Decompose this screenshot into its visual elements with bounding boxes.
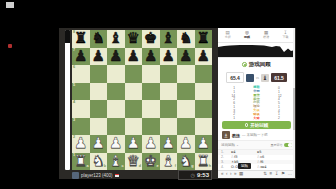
sidebar-toolbar: «‹›»▦ ⇅≡↧⚑… xyxy=(218,170,295,178)
square-f1[interactable]: f♝ xyxy=(160,153,178,171)
toolbar-left-group: «‹›»▦ xyxy=(221,172,243,177)
square-g4[interactable] xyxy=(177,100,195,118)
start-review-wrap: 开始回顾 xyxy=(218,120,295,130)
show-evaluation-label: 显示评估 xyxy=(271,143,283,147)
square-e8[interactable]: ♚ xyxy=(142,30,160,48)
square-a7[interactable]: 7♟ xyxy=(72,48,90,66)
black-pawn[interactable]: ♟ xyxy=(109,49,122,64)
tab-analysis[interactable]: ▤分析 xyxy=(218,28,237,42)
file-label: g xyxy=(191,165,193,169)
square-b5[interactable] xyxy=(90,83,108,101)
file-label: c xyxy=(121,165,123,169)
square-a1[interactable]: 1a♜ xyxy=(72,153,90,171)
classification-label: 大错 xyxy=(238,117,275,120)
square-b7[interactable]: ♟ xyxy=(90,48,108,66)
square-h7[interactable]: ♟ xyxy=(195,48,213,66)
flip-board-icon[interactable]: ⇅ xyxy=(263,172,267,177)
black-bishop[interactable]: ♝ xyxy=(162,31,175,46)
square-h5[interactable] xyxy=(195,83,213,101)
player-clock: ◷ 9:53 xyxy=(178,170,212,180)
evaluation-bar xyxy=(65,30,70,170)
step-back-icon[interactable]: ‹ xyxy=(226,172,228,177)
black-move[interactable]: ♘c6 xyxy=(257,155,283,159)
black-pawn[interactable]: ♟ xyxy=(179,49,192,64)
square-g7[interactable]: ♟ xyxy=(177,48,195,66)
white-accuracy-score: 65.4 xyxy=(226,72,244,83)
accuracy-row: 65.4 vs ♝ 61.5 xyxy=(218,69,295,86)
square-h8[interactable]: ♜ xyxy=(195,30,213,48)
file-label: a xyxy=(86,165,88,169)
square-d4[interactable] xyxy=(125,100,143,118)
square-a2[interactable]: 2♟ xyxy=(72,135,90,153)
black-move[interactable]: ♘xe4 xyxy=(257,165,283,169)
scrollbar-thumb[interactable] xyxy=(293,88,295,130)
square-d5[interactable] xyxy=(125,83,143,101)
black-pawn[interactable]: ♟ xyxy=(92,49,105,64)
square-h1[interactable]: h♜ xyxy=(195,153,213,171)
white-pawn[interactable]: ♟ xyxy=(127,136,140,151)
square-h2[interactable]: ♟ xyxy=(195,135,213,153)
jump-end-icon[interactable]: » xyxy=(234,172,237,177)
white-pawn[interactable]: ♟ xyxy=(74,136,87,151)
move-number: 3. xyxy=(221,160,231,164)
square-a3[interactable]: 3 xyxy=(72,118,90,136)
square-f3[interactable] xyxy=(160,118,178,136)
square-e1[interactable]: e♚ xyxy=(142,153,160,171)
sidebar-tab-bar: ▤分析◎回顾▦棋谱↧下载 xyxy=(218,28,295,43)
square-h3[interactable] xyxy=(195,118,213,136)
square-b4[interactable] xyxy=(90,100,108,118)
rank-label: 4 xyxy=(73,101,75,105)
square-c2[interactable]: ♟ xyxy=(107,135,125,153)
white-bishop[interactable]: ♝ xyxy=(162,154,175,169)
settings-dropdown[interactable]: 游戏回顾 ⌄ xyxy=(221,143,239,147)
square-c7[interactable]: ♟ xyxy=(107,48,125,66)
show-evaluation-toggle[interactable] xyxy=(284,143,292,148)
move-row: 4.O-O♘xe4 xyxy=(218,164,295,169)
black-knight[interactable]: ♞ xyxy=(92,31,105,46)
review-target-icon xyxy=(242,62,247,67)
coach-name: 教练 xyxy=(232,133,240,138)
square-b3[interactable] xyxy=(90,118,108,136)
file-label: e xyxy=(156,165,158,169)
square-f8[interactable]: ♝ xyxy=(160,30,178,48)
square-f6[interactable] xyxy=(160,65,178,83)
black-pawn[interactable]: ♟ xyxy=(197,49,210,64)
square-d1[interactable]: d♛ xyxy=(125,153,143,171)
black-count: 2 xyxy=(275,116,289,120)
black-pawn[interactable]: ♟ xyxy=(127,49,140,64)
move-number: 4. xyxy=(221,165,231,169)
white-count: 1 xyxy=(224,116,238,120)
black-player-avatar[interactable]: ♝ xyxy=(261,74,269,82)
toolbar-right-group: ⇅≡↧⚑… xyxy=(263,172,292,177)
square-g3[interactable] xyxy=(177,118,195,136)
square-f5[interactable] xyxy=(160,83,178,101)
move-number: 1. xyxy=(221,150,231,154)
jump-start-icon[interactable]: « xyxy=(221,172,224,177)
square-b6[interactable] xyxy=(90,65,108,83)
classification-row: 1大错2 xyxy=(224,116,289,120)
square-e7[interactable]: ♟ xyxy=(142,48,160,66)
file-label: d xyxy=(139,165,141,169)
square-e6[interactable] xyxy=(142,65,160,83)
player-name: player123 (400) xyxy=(81,173,113,178)
square-d8[interactable]: ♛ xyxy=(125,30,143,48)
square-d7[interactable]: ♟ xyxy=(125,48,143,66)
black-move[interactable]: ♘f6 xyxy=(257,160,283,164)
settings-dropdown-label: 游戏回顾 xyxy=(221,143,235,147)
black-rook[interactable]: ♜ xyxy=(74,31,87,46)
chess-app-window: 8♜♞♝♛♚♝♞♜7♟♟♟♟♟♟♟♟65432♟♟♟♟♟♟♟♟1a♜b♞c♝d♛… xyxy=(59,28,296,179)
square-b8[interactable]: ♞ xyxy=(90,30,108,48)
square-g2[interactable]: ♟ xyxy=(177,135,195,153)
file-label: f xyxy=(175,165,176,169)
square-e2[interactable]: ♟ xyxy=(142,135,160,153)
move-number: 2. xyxy=(221,155,231,159)
black-pawn[interactable]: ♟ xyxy=(144,49,157,64)
board-icon[interactable]: ▦ xyxy=(239,172,243,177)
square-e4[interactable] xyxy=(142,100,160,118)
review-title-text: 游戏回顾 xyxy=(249,61,271,68)
vs-label: vs xyxy=(256,76,259,80)
more-icon[interactable]: … xyxy=(288,172,293,177)
player-flag-icon xyxy=(115,174,119,177)
black-pawn[interactable]: ♟ xyxy=(74,49,87,64)
player-avatar[interactable] xyxy=(72,172,79,179)
square-c5[interactable] xyxy=(107,83,125,101)
black-pawn[interactable]: ♟ xyxy=(162,49,175,64)
rank-label: 3 xyxy=(73,119,75,123)
square-g1[interactable]: g♞ xyxy=(177,153,195,171)
rank-label: 6 xyxy=(73,66,75,70)
black-king[interactable]: ♚ xyxy=(144,31,157,46)
evaluation-bar-black-portion xyxy=(65,30,70,43)
square-c4[interactable] xyxy=(107,100,125,118)
square-f2[interactable]: ♟ xyxy=(160,135,178,153)
sidebar-scrollbar[interactable] xyxy=(293,28,295,178)
chess-board[interactable]: 8♜♞♝♛♚♝♞♜7♟♟♟♟♟♟♟♟65432♟♟♟♟♟♟♟♟1a♜b♞c♝d♛… xyxy=(72,30,212,170)
square-g6[interactable] xyxy=(177,65,195,83)
white-pawn[interactable]: ♟ xyxy=(144,136,157,151)
clock-icon: ◷ xyxy=(191,173,195,178)
black-rook[interactable]: ♜ xyxy=(197,31,210,46)
rank-label: 7 xyxy=(73,49,75,53)
screen-artifact-light xyxy=(6,2,14,8)
white-pawn[interactable]: ♟ xyxy=(92,136,105,151)
review-settings-row: 游戏回顾 ⌄ 显示评估 xyxy=(218,141,295,150)
square-f7[interactable]: ♟ xyxy=(160,48,178,66)
rank-label: 8 xyxy=(73,31,75,35)
black-accuracy-score: 61.5 xyxy=(271,73,287,82)
start-review-button[interactable]: 开始回顾 xyxy=(222,121,291,129)
coach-message: — 来回顾一下吧 xyxy=(242,133,267,137)
square-d3[interactable] xyxy=(125,118,143,136)
white-pawn[interactable]: ♟ xyxy=(197,136,210,151)
rank-label: 1 xyxy=(73,154,75,158)
move-classification-list: 1精彩01华丽114最佳122极佳46好棋51理论13失误42错误11大错2 xyxy=(218,86,295,120)
evaluation-graph[interactable] xyxy=(218,43,295,58)
square-a8[interactable]: 8♜ xyxy=(72,30,90,48)
black-queen[interactable]: ♛ xyxy=(127,31,140,46)
coach-avatar: ♗ xyxy=(222,131,230,139)
coach-row[interactable]: ♗ 教练 — 来回顾一下吧 xyxy=(218,130,295,141)
square-c8[interactable]: ♝ xyxy=(107,30,125,48)
file-label: b xyxy=(104,165,106,169)
square-e3[interactable] xyxy=(142,118,160,136)
game-review-header: 游戏回顾 xyxy=(218,58,295,69)
square-a4[interactable]: 4 xyxy=(72,100,90,118)
square-b2[interactable]: ♟ xyxy=(90,135,108,153)
start-review-label: 开始回顾 xyxy=(250,123,268,128)
rank-label: 5 xyxy=(73,84,75,88)
tab-explorer[interactable]: ▦棋谱 xyxy=(257,28,276,42)
square-f4[interactable] xyxy=(160,100,178,118)
download-icon[interactable]: ↧ xyxy=(275,172,279,177)
white-pawn[interactable]: ♟ xyxy=(109,136,122,151)
menu-icon[interactable]: ≡ xyxy=(270,172,273,177)
square-c1[interactable]: c♝ xyxy=(107,153,125,171)
toolbar-tooltip: 回顾 xyxy=(238,163,251,169)
black-knight[interactable]: ♞ xyxy=(179,31,192,46)
chevron-down-icon: ⌄ xyxy=(236,143,239,147)
bottom-player-bar: player123 (400) xyxy=(72,172,119,179)
recording-indicator xyxy=(8,44,12,48)
square-b1[interactable]: b♞ xyxy=(90,153,108,171)
rank-label: 2 xyxy=(73,136,75,140)
toggle-knob xyxy=(288,143,292,147)
black-move[interactable]: e5 xyxy=(257,150,283,154)
square-c3[interactable] xyxy=(107,118,125,136)
white-pawn[interactable]: ♟ xyxy=(179,136,192,151)
white-pawn[interactable]: ♟ xyxy=(162,136,175,151)
white-move[interactable]: e4 xyxy=(231,150,257,154)
square-e5[interactable] xyxy=(142,83,160,101)
screen: { "game": "chess", "position": "rnbqkbnr… xyxy=(0,0,336,189)
analysis-sidebar: ▤分析◎回顾▦棋谱↧下载 游戏回顾 65.4 vs ♝ 61.5 1精彩01华丽… xyxy=(218,28,295,178)
tab-review[interactable]: ◎回顾 xyxy=(237,28,256,42)
square-h6[interactable] xyxy=(195,65,213,83)
step-forward-icon[interactable]: › xyxy=(230,172,232,177)
square-g5[interactable] xyxy=(177,83,195,101)
square-c6[interactable] xyxy=(107,65,125,83)
black-bishop[interactable]: ♝ xyxy=(109,31,122,46)
square-h4[interactable] xyxy=(195,100,213,118)
white-move[interactable]: ♘f3 xyxy=(231,155,257,159)
flag-icon[interactable]: ⚑ xyxy=(281,172,285,177)
square-a5[interactable]: 5 xyxy=(72,83,90,101)
file-label: h xyxy=(209,165,211,169)
clock-time: 9:53 xyxy=(197,172,209,178)
white-player-avatar[interactable] xyxy=(246,74,254,82)
square-a6[interactable]: 6 xyxy=(72,65,90,83)
start-review-icon xyxy=(245,123,249,127)
move-list: 1.e4e52.♘f3♘c63.♗b5♘f64.O-O♘xe4 xyxy=(218,150,295,170)
square-d6[interactable] xyxy=(125,65,143,83)
square-g8[interactable]: ♞ xyxy=(177,30,195,48)
square-d2[interactable]: ♟ xyxy=(125,135,143,153)
